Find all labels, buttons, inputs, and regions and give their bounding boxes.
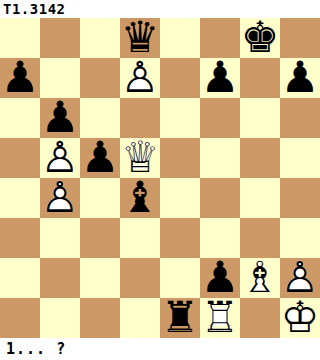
- white-piece-outline: ♗: [240, 258, 280, 298]
- square-g8[interactable]: ♚: [240, 18, 280, 58]
- square-c7[interactable]: [80, 58, 120, 98]
- white-pawn-icon: ♟♙: [40, 178, 80, 218]
- square-f4[interactable]: [200, 178, 240, 218]
- square-c2[interactable]: [80, 258, 120, 298]
- square-b2[interactable]: [40, 258, 80, 298]
- square-b1[interactable]: [40, 298, 80, 338]
- square-a1[interactable]: [0, 298, 40, 338]
- white-piece-outline: ♙: [120, 58, 160, 98]
- square-c8[interactable]: [80, 18, 120, 58]
- square-g1[interactable]: [240, 298, 280, 338]
- square-g2[interactable]: ♝♗: [240, 258, 280, 298]
- square-g5[interactable]: [240, 138, 280, 178]
- square-g6[interactable]: [240, 98, 280, 138]
- square-g4[interactable]: [240, 178, 280, 218]
- white-rook-icon: ♜♖: [200, 298, 240, 338]
- square-h5[interactable]: [280, 138, 320, 178]
- square-g7[interactable]: [240, 58, 280, 98]
- square-c5[interactable]: ♟: [80, 138, 120, 178]
- square-f5[interactable]: [200, 138, 240, 178]
- square-d3[interactable]: [120, 218, 160, 258]
- square-e6[interactable]: [160, 98, 200, 138]
- square-e3[interactable]: [160, 218, 200, 258]
- square-e7[interactable]: [160, 58, 200, 98]
- square-e5[interactable]: [160, 138, 200, 178]
- chess-board: ♛♚♟♟♙♟♟♟♟♙♟♛♕♟♙♝♟♝♗♟♙♜♜♖♚♔: [0, 18, 320, 338]
- white-piece-outline: ♖: [200, 298, 240, 338]
- move-prompt: 1... ?: [0, 338, 320, 360]
- square-b4[interactable]: ♟♙: [40, 178, 80, 218]
- white-bishop-icon: ♝♗: [240, 258, 280, 298]
- square-f1[interactable]: ♜♖: [200, 298, 240, 338]
- square-e4[interactable]: [160, 178, 200, 218]
- square-a3[interactable]: [0, 218, 40, 258]
- square-h4[interactable]: [280, 178, 320, 218]
- square-e8[interactable]: [160, 18, 200, 58]
- black-pawn-icon: ♟: [200, 58, 240, 98]
- square-a4[interactable]: [0, 178, 40, 218]
- white-pawn-icon: ♟♙: [120, 58, 160, 98]
- square-c1[interactable]: [80, 298, 120, 338]
- white-piece-outline: ♙: [40, 178, 80, 218]
- square-h6[interactable]: [280, 98, 320, 138]
- square-d1[interactable]: [120, 298, 160, 338]
- square-d4[interactable]: ♝: [120, 178, 160, 218]
- square-f7[interactable]: ♟: [200, 58, 240, 98]
- square-b3[interactable]: [40, 218, 80, 258]
- square-a2[interactable]: [0, 258, 40, 298]
- square-c3[interactable]: [80, 218, 120, 258]
- white-king-icon: ♚♔: [280, 298, 320, 338]
- square-a5[interactable]: [0, 138, 40, 178]
- black-bishop-icon: ♝: [120, 178, 160, 218]
- square-h1[interactable]: ♚♔: [280, 298, 320, 338]
- black-king-icon: ♚: [240, 18, 280, 58]
- black-pawn-icon: ♟: [0, 58, 40, 98]
- square-f6[interactable]: [200, 98, 240, 138]
- black-pawn-icon: ♟: [280, 58, 320, 98]
- square-h7[interactable]: ♟: [280, 58, 320, 98]
- square-a6[interactable]: [0, 98, 40, 138]
- black-rook-icon: ♜: [160, 298, 200, 338]
- square-e1[interactable]: ♜: [160, 298, 200, 338]
- white-piece-outline: ♔: [280, 298, 320, 338]
- square-d7[interactable]: ♟♙: [120, 58, 160, 98]
- black-pawn-icon: ♟: [80, 138, 120, 178]
- square-d2[interactable]: [120, 258, 160, 298]
- square-b8[interactable]: [40, 18, 80, 58]
- square-c4[interactable]: [80, 178, 120, 218]
- square-a7[interactable]: ♟: [0, 58, 40, 98]
